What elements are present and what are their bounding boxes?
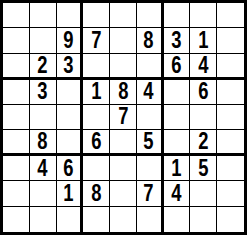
cell-r1c3[interactable] bbox=[57, 3, 84, 28]
given-digit: 2 bbox=[38, 54, 48, 77]
cell-r8c6[interactable]: 7 bbox=[137, 181, 164, 206]
cell-r7c5[interactable] bbox=[110, 156, 137, 181]
cell-r6c1[interactable] bbox=[3, 130, 30, 156]
cell-r4c4[interactable]: 1 bbox=[83, 80, 110, 105]
given-digit: 1 bbox=[63, 182, 73, 205]
cell-r5c5[interactable]: 7 bbox=[110, 105, 137, 130]
given-digit: 4 bbox=[144, 80, 154, 103]
cell-r7c4[interactable] bbox=[83, 156, 110, 181]
given-digit: 9 bbox=[63, 29, 73, 52]
cell-r8c9[interactable] bbox=[217, 181, 244, 206]
cell-r6c7[interactable] bbox=[164, 130, 191, 156]
given-digit: 8 bbox=[118, 80, 128, 103]
given-digit: 5 bbox=[144, 130, 154, 153]
given-digit: 4 bbox=[198, 54, 208, 77]
given-digit: 4 bbox=[38, 157, 48, 180]
cell-r7c9[interactable] bbox=[217, 156, 244, 181]
given-digit: 6 bbox=[198, 80, 208, 103]
cell-r1c7[interactable] bbox=[164, 3, 191, 28]
given-digit: 8 bbox=[91, 182, 101, 205]
cell-r3c2[interactable]: 2 bbox=[30, 54, 57, 80]
cell-r2c1[interactable] bbox=[3, 28, 30, 53]
cell-r4c1[interactable] bbox=[3, 80, 30, 105]
cell-r9c7[interactable] bbox=[164, 207, 191, 232]
cell-r4c3[interactable] bbox=[57, 80, 84, 105]
given-digit: 7 bbox=[144, 182, 154, 205]
cell-r6c5[interactable] bbox=[110, 130, 137, 156]
cell-r4c6[interactable]: 4 bbox=[137, 80, 164, 105]
given-digit: 5 bbox=[198, 157, 208, 180]
cell-r8c5[interactable] bbox=[110, 181, 137, 206]
cell-r5c7[interactable] bbox=[164, 105, 191, 130]
cell-r8c2[interactable] bbox=[30, 181, 57, 206]
given-digit: 7 bbox=[91, 29, 101, 52]
cell-r7c1[interactable] bbox=[3, 156, 30, 181]
cell-r1c4[interactable] bbox=[83, 3, 110, 28]
cell-r9c4[interactable] bbox=[83, 207, 110, 232]
cell-r4c9[interactable] bbox=[217, 80, 244, 105]
given-digit: 6 bbox=[171, 54, 181, 77]
sudoku-board: 978312364318467865246151874 bbox=[0, 0, 247, 235]
cell-r4c2[interactable]: 3 bbox=[30, 80, 57, 105]
given-digit: 4 bbox=[171, 182, 181, 205]
given-digit: 6 bbox=[91, 130, 101, 153]
cell-r3c3[interactable]: 3 bbox=[57, 54, 84, 80]
cell-r3c9[interactable] bbox=[217, 54, 244, 80]
cell-r5c8[interactable] bbox=[190, 105, 217, 130]
cell-r6c9[interactable] bbox=[217, 130, 244, 156]
cell-r4c7[interactable] bbox=[164, 80, 191, 105]
cell-r4c5[interactable]: 8 bbox=[110, 80, 137, 105]
given-digit: 6 bbox=[63, 157, 73, 180]
given-digit: 1 bbox=[91, 80, 101, 103]
given-digit: 7 bbox=[118, 105, 128, 128]
cell-r6c6[interactable]: 5 bbox=[137, 130, 164, 156]
given-digit: 3 bbox=[171, 29, 181, 52]
given-digit: 8 bbox=[144, 29, 154, 52]
cell-r8c7[interactable]: 4 bbox=[164, 181, 191, 206]
cell-r1c1[interactable] bbox=[3, 3, 30, 28]
given-digit: 2 bbox=[198, 130, 208, 153]
cell-r9c3[interactable] bbox=[57, 207, 84, 232]
cell-r8c8[interactable] bbox=[190, 181, 217, 206]
given-digit: 1 bbox=[171, 157, 181, 180]
cell-r3c6[interactable] bbox=[137, 54, 164, 80]
cell-r7c7[interactable]: 1 bbox=[164, 156, 191, 181]
cell-r2c3[interactable]: 9 bbox=[57, 28, 84, 53]
cell-r7c2[interactable]: 4 bbox=[30, 156, 57, 181]
cell-r9c5[interactable] bbox=[110, 207, 137, 232]
cell-r7c6[interactable] bbox=[137, 156, 164, 181]
cell-r3c5[interactable] bbox=[110, 54, 137, 80]
cell-r1c5[interactable] bbox=[110, 3, 137, 28]
cell-r1c6[interactable] bbox=[137, 3, 164, 28]
cell-r9c2[interactable] bbox=[30, 207, 57, 232]
cell-r3c7[interactable]: 6 bbox=[164, 54, 191, 80]
cell-r1c9[interactable] bbox=[217, 3, 244, 28]
cell-r5c4[interactable] bbox=[83, 105, 110, 130]
cell-r4c8[interactable]: 6 bbox=[190, 80, 217, 105]
given-digit: 3 bbox=[63, 54, 73, 77]
cell-r9c1[interactable] bbox=[3, 207, 30, 232]
cell-r2c8[interactable]: 1 bbox=[190, 28, 217, 53]
given-digit: 8 bbox=[38, 130, 48, 153]
cell-r5c9[interactable] bbox=[217, 105, 244, 130]
cell-r5c6[interactable] bbox=[137, 105, 164, 130]
cell-r9c8[interactable] bbox=[190, 207, 217, 232]
cell-r8c3[interactable]: 1 bbox=[57, 181, 84, 206]
cell-r7c8[interactable]: 5 bbox=[190, 156, 217, 181]
cell-r5c3[interactable] bbox=[57, 105, 84, 130]
cell-r2c2[interactable] bbox=[30, 28, 57, 53]
cell-r3c1[interactable] bbox=[3, 54, 30, 80]
cell-r5c1[interactable] bbox=[3, 105, 30, 130]
cell-r6c8[interactable]: 2 bbox=[190, 130, 217, 156]
cell-r2c5[interactable] bbox=[110, 28, 137, 53]
cell-r6c4[interactable]: 6 bbox=[83, 130, 110, 156]
cell-r8c4[interactable]: 8 bbox=[83, 181, 110, 206]
cell-r6c2[interactable]: 8 bbox=[30, 130, 57, 156]
cell-r1c8[interactable] bbox=[190, 3, 217, 28]
cell-r6c3[interactable] bbox=[57, 130, 84, 156]
cell-r3c8[interactable]: 4 bbox=[190, 54, 217, 80]
cell-r1c2[interactable] bbox=[30, 3, 57, 28]
cell-r7c3[interactable]: 6 bbox=[57, 156, 84, 181]
cell-r9c9[interactable] bbox=[217, 207, 244, 232]
given-digit: 1 bbox=[198, 29, 208, 52]
cell-r5c2[interactable] bbox=[30, 105, 57, 130]
cell-r9c6[interactable] bbox=[137, 207, 164, 232]
cell-r2c9[interactable] bbox=[217, 28, 244, 53]
cell-r3c4[interactable] bbox=[83, 54, 110, 80]
cell-r2c4[interactable]: 7 bbox=[83, 28, 110, 53]
given-digit: 3 bbox=[38, 80, 48, 103]
cell-r8c1[interactable] bbox=[3, 181, 30, 206]
cell-r2c7[interactable]: 3 bbox=[164, 28, 191, 53]
cell-r2c6[interactable]: 8 bbox=[137, 28, 164, 53]
